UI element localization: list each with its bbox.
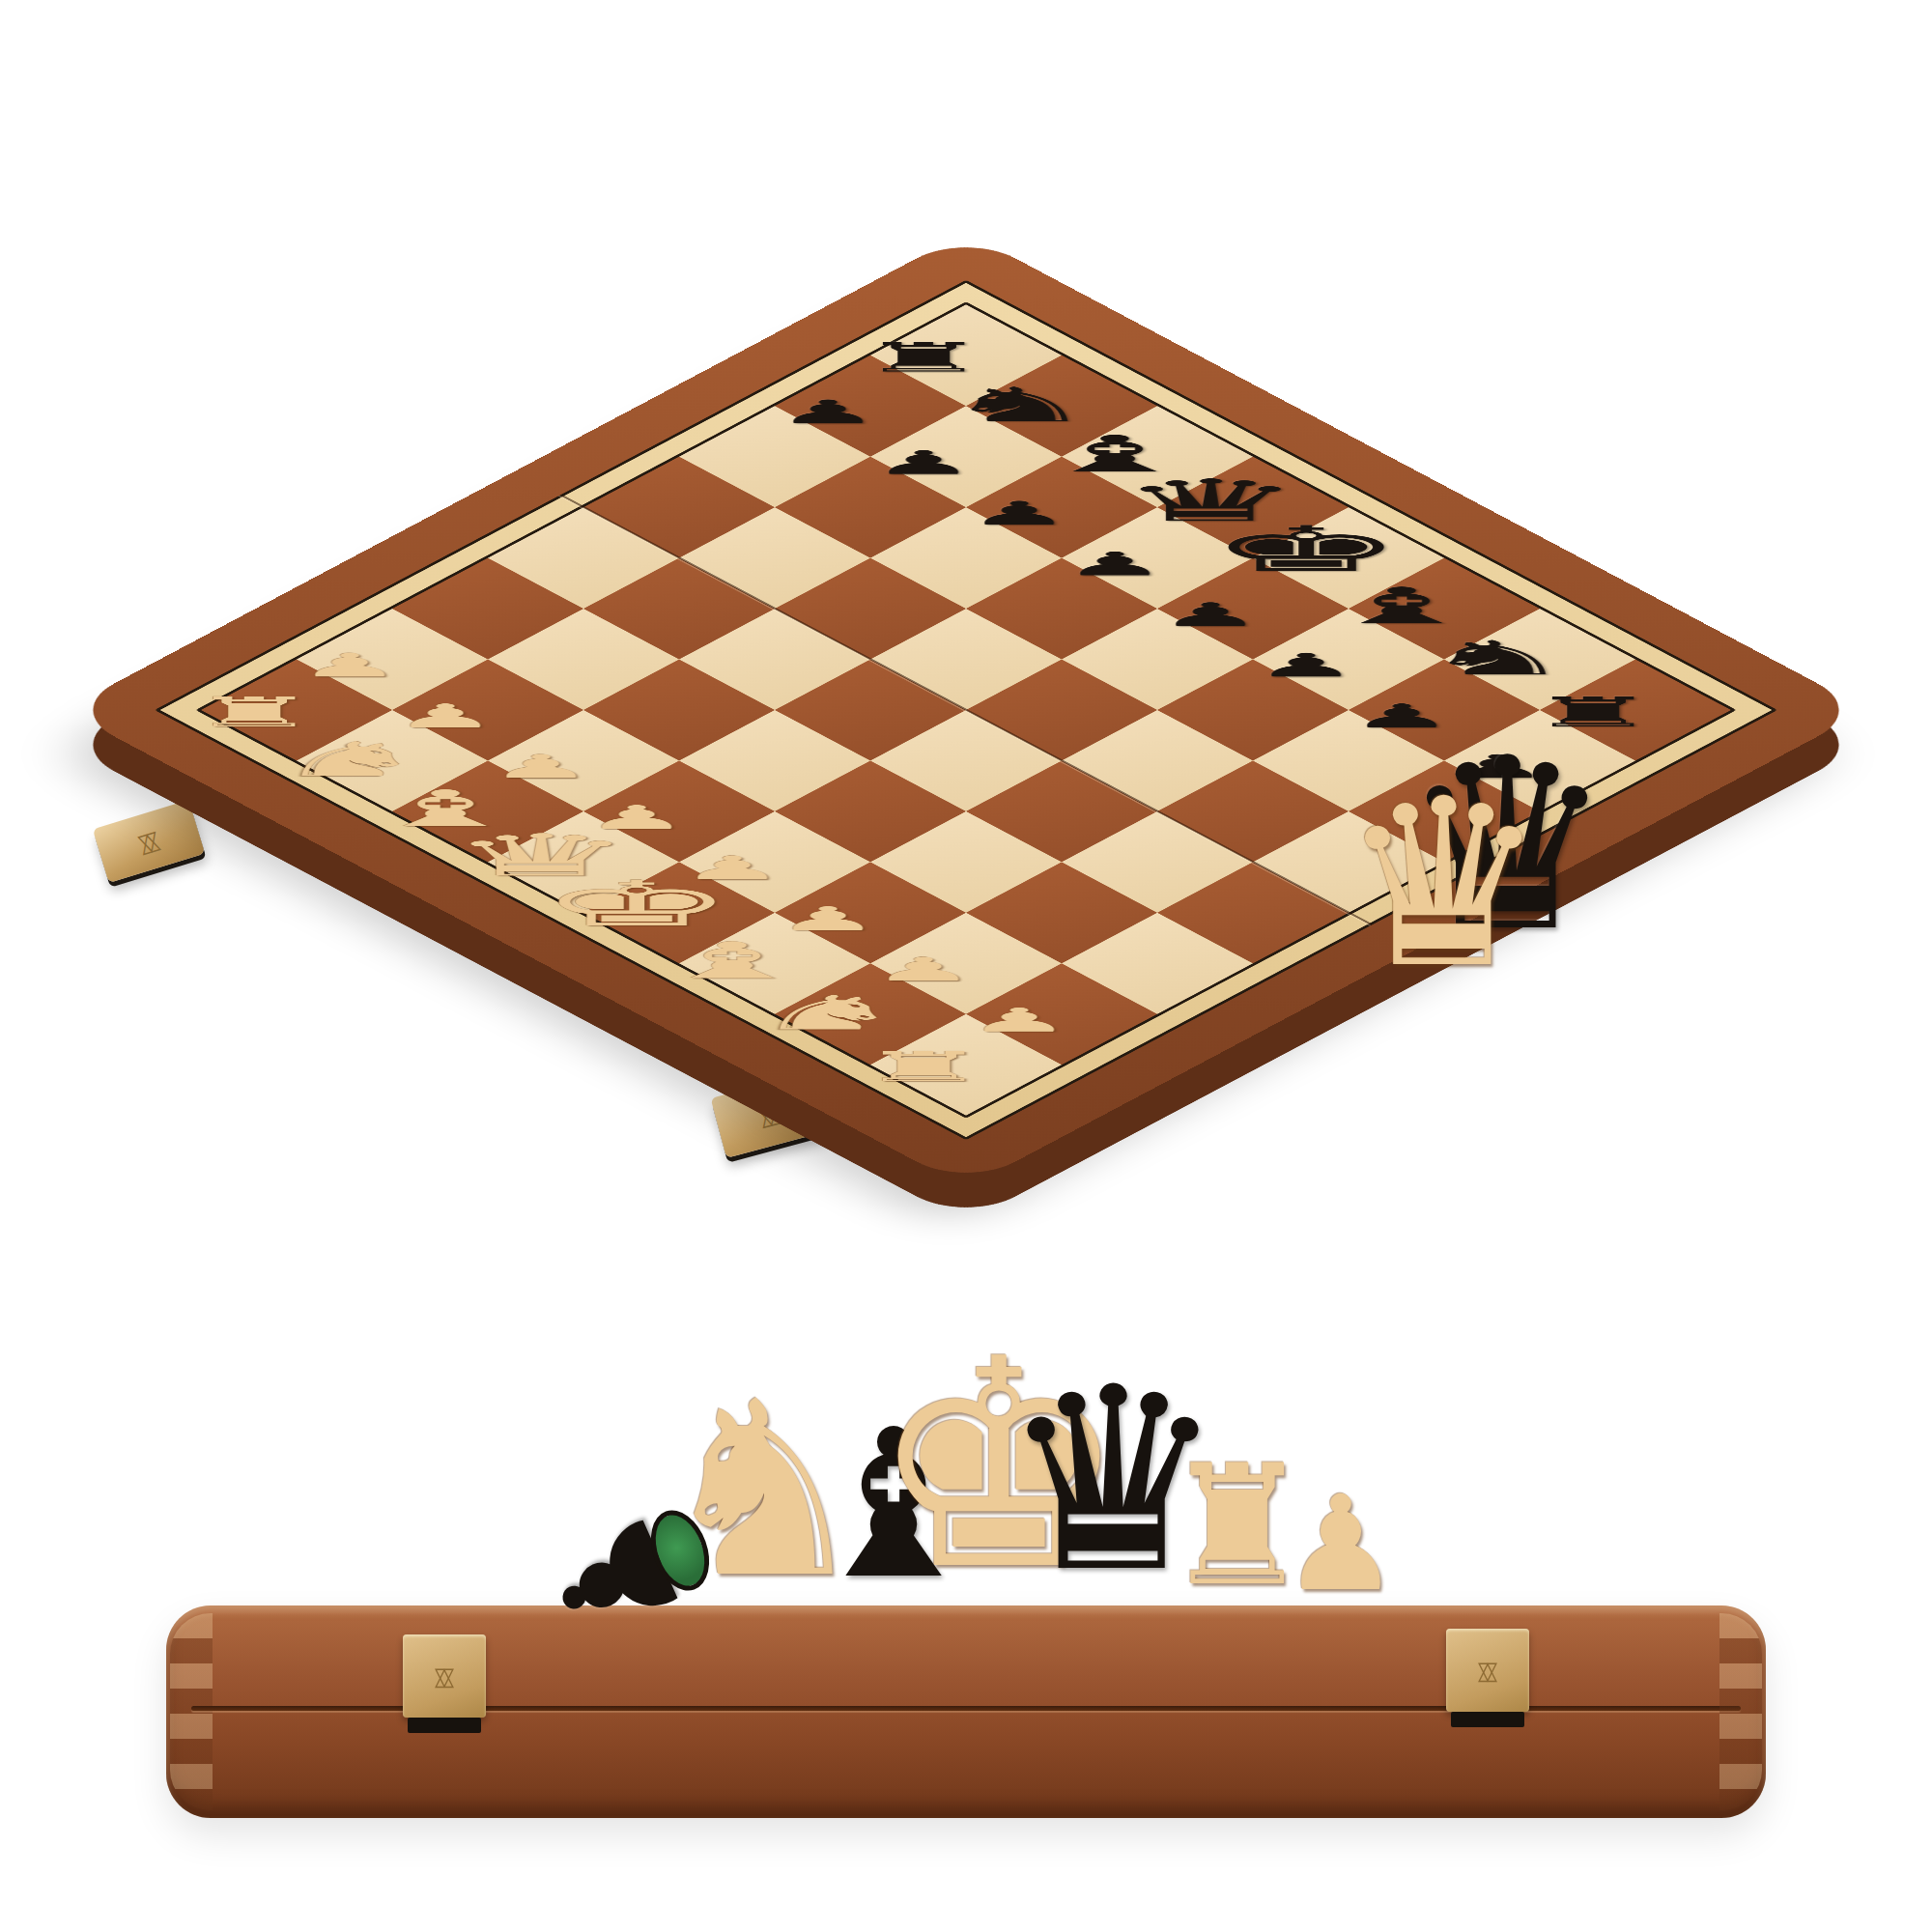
white-pawn[interactable]: ♟ xyxy=(1282,1478,1400,1609)
brand-emblem-icon: △▽ xyxy=(1446,1629,1529,1712)
latch-clip xyxy=(408,1718,481,1733)
latch-clip xyxy=(1451,1712,1524,1727)
closed-case-photo: △▽ △▽ ♟♞♝♚♛♜♟ xyxy=(0,0,1932,1932)
brand-emblem-icon: △▽ xyxy=(403,1634,486,1718)
case-latch: △▽ xyxy=(1446,1629,1529,1712)
product-photo-stage: △▽ △▽ ♜♞♝♛♚♝♞♜♟♟♟♟♟♟♟♟♟♟♟♟♟♟♟♟♜♞♝♛♚♝♞♜ xyxy=(0,0,1932,1932)
case-latch: △▽ xyxy=(403,1634,486,1718)
